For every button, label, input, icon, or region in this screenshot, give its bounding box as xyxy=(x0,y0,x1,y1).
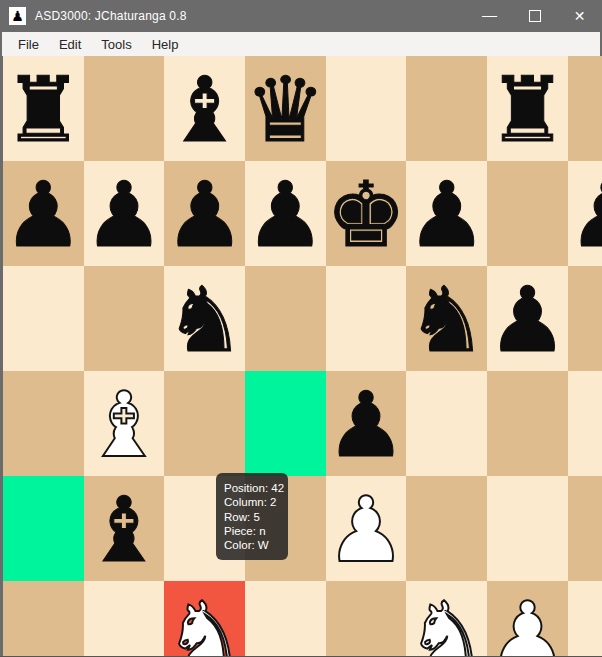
black-pawn-piece: ♟ xyxy=(245,162,326,267)
black-pawn-piece: ♟ xyxy=(568,162,602,267)
square-h7[interactable]: ♟ xyxy=(568,161,602,266)
square-b8[interactable] xyxy=(84,56,165,161)
square-c7[interactable]: ♟ xyxy=(164,161,245,266)
square-c5[interactable] xyxy=(164,371,245,476)
square-a7[interactable]: ♟ xyxy=(3,161,84,266)
black-knight-piece: ♞ xyxy=(406,267,487,372)
black-knight-piece: ♞ xyxy=(164,267,245,372)
square-e4[interactable]: ♟ xyxy=(326,476,407,581)
square-h6[interactable] xyxy=(568,266,602,371)
black-king-piece: ♚ xyxy=(326,162,407,267)
menu-bar: FileEditToolsHelp xyxy=(2,32,600,56)
tooltip-line: Column: 2 xyxy=(224,495,288,509)
square-d3[interactable] xyxy=(245,581,326,657)
black-pawn-piece: ♟ xyxy=(3,162,84,267)
square-h5[interactable] xyxy=(568,371,602,476)
square-a6[interactable] xyxy=(3,266,84,371)
square-g7[interactable] xyxy=(487,161,568,266)
square-g8[interactable]: ♜ xyxy=(487,56,568,161)
white-bishop-piece: ♝ xyxy=(84,372,165,477)
menu-item-tools[interactable]: Tools xyxy=(91,32,141,56)
square-h3[interactable] xyxy=(568,581,602,657)
white-pawn-piece: ♟ xyxy=(326,477,407,582)
square-g5[interactable] xyxy=(487,371,568,476)
square-g6[interactable]: ♟ xyxy=(487,266,568,371)
menu-item-help[interactable]: Help xyxy=(142,32,189,56)
square-f4[interactable] xyxy=(406,476,487,581)
square-f5[interactable] xyxy=(406,371,487,476)
square-e7[interactable]: ♚ xyxy=(326,161,407,266)
black-pawn-piece: ♟ xyxy=(164,162,245,267)
square-f8[interactable] xyxy=(406,56,487,161)
tooltip-line: Color: W xyxy=(224,538,288,552)
black-pawn-piece: ♟ xyxy=(84,162,165,267)
white-pawn-piece: ♟ xyxy=(487,582,568,657)
square-c8[interactable]: ♝ xyxy=(164,56,245,161)
square-b3[interactable] xyxy=(84,581,165,657)
square-b4[interactable]: ♝ xyxy=(84,476,165,581)
square-d5[interactable] xyxy=(245,371,326,476)
tooltip-line: Piece: n xyxy=(224,524,288,538)
minimize-button[interactable]: — xyxy=(467,0,512,32)
close-icon: ✕ xyxy=(574,9,586,23)
square-e3[interactable] xyxy=(326,581,407,657)
square-g3[interactable]: ♟ xyxy=(487,581,568,657)
square-a8[interactable]: ♜ xyxy=(3,56,84,161)
app-icon: ♟ xyxy=(9,7,26,25)
square-e6[interactable] xyxy=(326,266,407,371)
square-f3[interactable]: ♞ xyxy=(406,581,487,657)
tooltip-line: Position: 42 xyxy=(224,481,288,495)
maximize-button[interactable] xyxy=(512,0,557,32)
square-b6[interactable] xyxy=(84,266,165,371)
square-d6[interactable] xyxy=(245,266,326,371)
tooltip-line: Row: 5 xyxy=(224,510,288,524)
white-knight-piece: ♞ xyxy=(406,582,487,657)
square-a3[interactable] xyxy=(3,581,84,657)
menu-item-file[interactable]: File xyxy=(8,32,49,56)
square-b5[interactable]: ♝ xyxy=(84,371,165,476)
square-a4[interactable] xyxy=(3,476,84,581)
black-pawn-piece: ♟ xyxy=(326,372,407,477)
piece-info-tooltip: Position: 42Column: 2Row: 5Piece: nColor… xyxy=(216,473,288,560)
black-pawn-piece: ♟ xyxy=(487,267,568,372)
square-b7[interactable]: ♟ xyxy=(84,161,165,266)
black-pawn-piece: ♟ xyxy=(406,162,487,267)
square-h4[interactable] xyxy=(568,476,602,581)
title-bar: ♟ ASD3000: JChaturanga 0.8 — ✕ xyxy=(0,0,602,32)
menu-item-edit[interactable]: Edit xyxy=(49,32,91,56)
black-bishop-piece: ♝ xyxy=(164,57,245,162)
maximize-icon xyxy=(529,10,541,22)
square-h8[interactable] xyxy=(568,56,602,161)
black-rook-piece: ♜ xyxy=(487,57,568,162)
black-bishop-piece: ♝ xyxy=(84,477,165,582)
square-c3[interactable]: ♞ xyxy=(164,581,245,657)
square-g4[interactable] xyxy=(487,476,568,581)
square-d8[interactable]: ♛ xyxy=(245,56,326,161)
square-e5[interactable]: ♟ xyxy=(326,371,407,476)
window-title: ASD3000: JChaturanga 0.8 xyxy=(35,9,187,23)
chess-pawn-icon: ♟ xyxy=(11,9,24,23)
square-f6[interactable]: ♞ xyxy=(406,266,487,371)
square-a5[interactable] xyxy=(3,371,84,476)
square-d7[interactable]: ♟ xyxy=(245,161,326,266)
black-rook-piece: ♜ xyxy=(3,57,84,162)
white-knight-piece: ♞ xyxy=(164,582,245,657)
chess-board: ♜♝♛♜♟♟♟♟♚♟♟♞♞♟♝♟♝♟♞♞♟♟♟♟♟♚♟♟♜♝♛♜ xyxy=(3,56,599,656)
window-controls: — ✕ xyxy=(467,0,602,32)
square-e8[interactable] xyxy=(326,56,407,161)
black-queen-piece: ♛ xyxy=(245,57,326,162)
minimize-icon: — xyxy=(482,7,497,22)
close-button[interactable]: ✕ xyxy=(557,0,602,32)
square-c6[interactable]: ♞ xyxy=(164,266,245,371)
square-f7[interactable]: ♟ xyxy=(406,161,487,266)
